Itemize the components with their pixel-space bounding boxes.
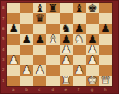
square-a1[interactable] xyxy=(7,76,20,86)
rank-label-6: 6 xyxy=(2,27,5,31)
white-rook[interactable]: ♜ xyxy=(61,76,71,86)
black-knight[interactable]: ♞ xyxy=(61,24,71,34)
rank-label-7: 7 xyxy=(2,17,5,21)
square-f5[interactable]: ♞ xyxy=(73,34,86,44)
square-h6[interactable]: ♟ xyxy=(99,24,112,34)
file-label-d: d xyxy=(51,88,54,92)
square-g7[interactable] xyxy=(86,13,99,23)
square-f4[interactable] xyxy=(73,45,86,55)
square-b8[interactable] xyxy=(20,3,33,13)
square-e7[interactable] xyxy=(60,13,73,23)
square-f7[interactable] xyxy=(73,13,86,23)
square-h7[interactable] xyxy=(99,13,112,23)
square-g6[interactable] xyxy=(86,24,99,34)
rank-label-2: 2 xyxy=(2,68,5,72)
square-h3[interactable] xyxy=(99,55,112,65)
square-f8[interactable]: ♝ xyxy=(73,3,86,13)
square-b3[interactable] xyxy=(20,55,33,65)
file-label-f: f xyxy=(78,88,79,92)
black-bishop[interactable]: ♝ xyxy=(35,3,45,13)
square-c8[interactable]: ♝ xyxy=(33,3,46,13)
square-d5[interactable]: ♝ xyxy=(46,34,59,44)
white-queen[interactable]: ♛ xyxy=(101,76,111,86)
square-b5[interactable]: ♟ xyxy=(20,34,33,44)
square-e2[interactable] xyxy=(60,65,73,75)
square-a7[interactable] xyxy=(7,13,20,23)
square-a5[interactable] xyxy=(7,34,20,44)
white-knight[interactable]: ♞ xyxy=(74,34,84,44)
square-h1[interactable]: ♛ xyxy=(99,76,112,86)
square-h8[interactable] xyxy=(99,3,112,13)
file-label-a: a xyxy=(12,88,14,92)
black-bishop[interactable]: ♝ xyxy=(74,3,84,13)
file-label-g: g xyxy=(91,88,94,92)
square-g5[interactable]: ♟ xyxy=(86,34,99,44)
black-pawn[interactable]: ♟ xyxy=(22,34,32,44)
square-c7[interactable]: ♛ xyxy=(33,13,46,23)
square-b2[interactable]: ♟ xyxy=(20,65,33,75)
white-pawn[interactable]: ♟ xyxy=(22,65,32,75)
square-e8[interactable] xyxy=(60,3,73,13)
square-d7[interactable] xyxy=(46,13,59,23)
black-pawn[interactable]: ♟ xyxy=(87,34,97,44)
square-b1[interactable] xyxy=(20,76,33,86)
white-pawn[interactable]: ♟ xyxy=(74,65,84,75)
rank-label-4: 4 xyxy=(2,48,5,52)
square-h5[interactable] xyxy=(99,34,112,44)
square-a4[interactable] xyxy=(7,45,20,55)
square-b6[interactable] xyxy=(20,24,33,34)
white-pawn[interactable]: ♟ xyxy=(61,45,71,55)
black-king[interactable]: ♚ xyxy=(87,3,97,13)
square-f6[interactable]: ♟ xyxy=(73,24,86,34)
square-c5[interactable]: ♟ xyxy=(33,34,46,44)
file-label-h: h xyxy=(104,88,107,92)
square-b7[interactable] xyxy=(20,13,33,23)
file-label-c: c xyxy=(38,88,40,92)
white-pawn[interactable]: ♟ xyxy=(35,65,45,75)
square-d2[interactable] xyxy=(46,65,59,75)
square-d6[interactable] xyxy=(46,24,59,34)
square-d3[interactable] xyxy=(46,55,59,65)
square-g8[interactable]: ♚ xyxy=(86,3,99,13)
square-a3[interactable]: ♟ xyxy=(7,55,20,65)
rank-label-5: 5 xyxy=(2,37,5,41)
square-d8[interactable]: ♜ xyxy=(46,3,59,13)
square-e1[interactable]: ♜ xyxy=(60,76,73,86)
square-c6[interactable] xyxy=(33,24,46,34)
black-pawn[interactable]: ♟ xyxy=(74,24,84,34)
square-d4[interactable] xyxy=(46,45,59,55)
rank-label-1: 1 xyxy=(2,79,5,83)
square-c2[interactable]: ♟ xyxy=(33,65,46,75)
square-d1[interactable] xyxy=(46,76,59,86)
square-a8[interactable] xyxy=(7,3,20,13)
square-e4[interactable]: ♟ xyxy=(60,45,73,55)
square-h2[interactable] xyxy=(99,65,112,75)
square-b4[interactable] xyxy=(20,45,33,55)
black-pawn[interactable]: ♟ xyxy=(9,24,19,34)
square-e5[interactable]: ♟ xyxy=(60,34,73,44)
square-c3[interactable] xyxy=(33,55,46,65)
square-a6[interactable]: ♟ xyxy=(7,24,20,34)
white-pawn[interactable]: ♟ xyxy=(9,55,19,65)
black-rook[interactable]: ♜ xyxy=(48,3,58,13)
square-g1[interactable]: ♚ xyxy=(86,76,99,86)
square-a2[interactable] xyxy=(7,65,20,75)
file-label-e: e xyxy=(65,88,67,92)
board-frame: ♝♜♝♚♛♟♞♟♟♟♟♝♟♞♟♟♟♟♟♟♟♟♟♜♚♛ abcdefgh87654… xyxy=(0,0,119,94)
white-bishop[interactable]: ♝ xyxy=(48,34,58,44)
rank-label-8: 8 xyxy=(2,6,5,10)
white-king[interactable]: ♚ xyxy=(87,76,97,86)
square-h4[interactable] xyxy=(99,45,112,55)
black-pawn[interactable]: ♟ xyxy=(61,34,71,44)
square-g3[interactable]: ♟ xyxy=(86,55,99,65)
white-pawn[interactable]: ♟ xyxy=(61,55,71,65)
square-e3[interactable]: ♟ xyxy=(60,55,73,65)
black-queen[interactable]: ♛ xyxy=(35,13,45,23)
square-g4[interactable]: ♟ xyxy=(86,45,99,55)
square-e6[interactable]: ♞ xyxy=(60,24,73,34)
chess-board: ♝♜♝♚♛♟♞♟♟♟♟♝♟♞♟♟♟♟♟♟♟♟♟♜♚♛ xyxy=(7,3,112,86)
file-label-b: b xyxy=(25,88,28,92)
square-f2[interactable]: ♟ xyxy=(73,65,86,75)
black-pawn[interactable]: ♟ xyxy=(35,34,45,44)
square-c4[interactable] xyxy=(33,45,46,55)
black-pawn[interactable]: ♟ xyxy=(101,24,111,34)
rank-label-3: 3 xyxy=(2,58,5,62)
square-c1[interactable] xyxy=(33,76,46,86)
square-g2[interactable] xyxy=(86,65,99,75)
white-pawn[interactable]: ♟ xyxy=(87,55,97,65)
square-f3[interactable] xyxy=(73,55,86,65)
square-f1[interactable] xyxy=(73,76,86,86)
white-pawn[interactable]: ♟ xyxy=(87,45,97,55)
